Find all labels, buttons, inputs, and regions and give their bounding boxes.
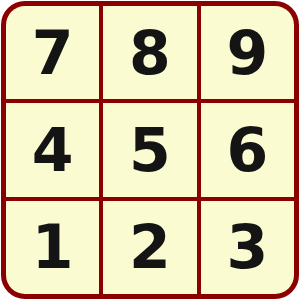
cell-r1c0[interactable]: 4 — [6, 103, 99, 196]
cell-r0c2[interactable]: 9 — [201, 6, 294, 99]
cell-r2c2[interactable]: 3 — [201, 201, 294, 294]
cell-r1c1[interactable]: 5 — [103, 103, 196, 196]
cell-r0c0[interactable]: 7 — [6, 6, 99, 99]
cell-r1c2[interactable]: 6 — [201, 103, 294, 196]
page: 7 8 9 4 5 6 1 2 3 — [0, 0, 300, 300]
cell-r0c1[interactable]: 8 — [103, 6, 196, 99]
number-grid-board: 7 8 9 4 5 6 1 2 3 — [1, 1, 299, 299]
cell-r2c1[interactable]: 2 — [103, 201, 196, 294]
cell-r2c0[interactable]: 1 — [6, 201, 99, 294]
